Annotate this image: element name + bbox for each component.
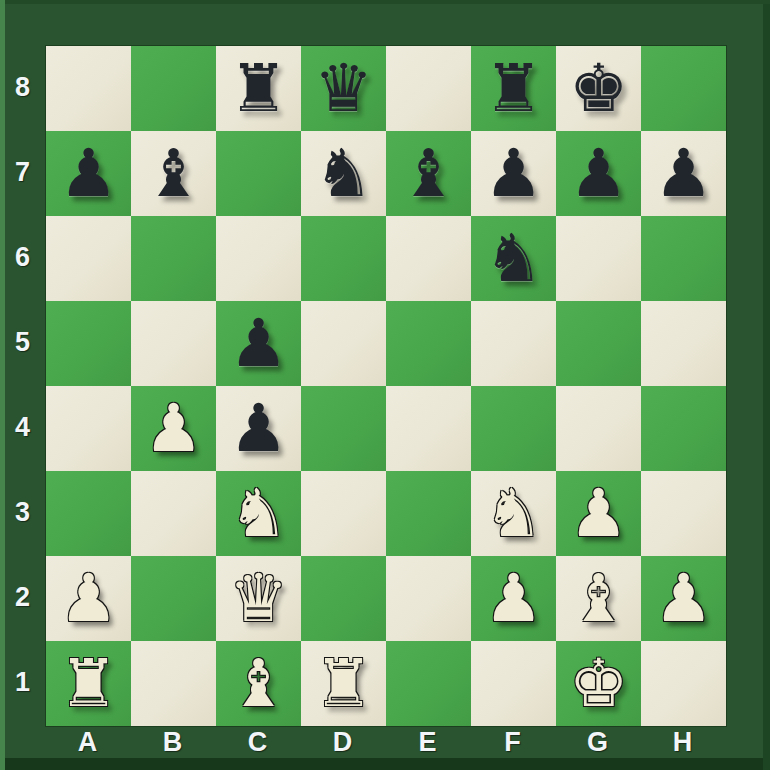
square-f6[interactable]: ♞: [471, 216, 556, 301]
chess-board: ♜♛♜♚♟♝♞♝♟♟♟♞♟♟♟♞♞♟♟♛♟♝♟♜♝♜♚: [45, 45, 727, 727]
rank-label-6: 6: [0, 215, 45, 300]
piece-black-p-f7[interactable]: ♟: [484, 131, 543, 216]
square-d7[interactable]: ♞: [301, 131, 386, 216]
square-c1[interactable]: ♝: [216, 641, 301, 726]
square-c2[interactable]: ♛: [216, 556, 301, 641]
square-a6[interactable]: [46, 216, 131, 301]
file-label-h: H: [640, 726, 725, 758]
square-b6[interactable]: [131, 216, 216, 301]
piece-black-q-d8[interactable]: ♛: [314, 46, 373, 131]
file-label-b: B: [130, 726, 215, 758]
square-h6[interactable]: [641, 216, 726, 301]
piece-white-k-g1[interactable]: ♚: [569, 641, 628, 726]
file-label-e: E: [385, 726, 470, 758]
square-h7[interactable]: ♟: [641, 131, 726, 216]
square-e5[interactable]: [386, 301, 471, 386]
square-c4[interactable]: ♟: [216, 386, 301, 471]
piece-white-p-a2[interactable]: ♟: [59, 556, 118, 641]
square-b3[interactable]: [131, 471, 216, 556]
square-f3[interactable]: ♞: [471, 471, 556, 556]
piece-white-n-c3[interactable]: ♞: [229, 471, 288, 556]
square-b4[interactable]: ♟: [131, 386, 216, 471]
piece-black-n-d7[interactable]: ♞: [314, 131, 373, 216]
square-f7[interactable]: ♟: [471, 131, 556, 216]
square-g3[interactable]: ♟: [556, 471, 641, 556]
square-b2[interactable]: [131, 556, 216, 641]
square-d5[interactable]: [301, 301, 386, 386]
rank-label-1: 1: [0, 640, 45, 725]
square-e7[interactable]: ♝: [386, 131, 471, 216]
piece-black-b-e7[interactable]: ♝: [399, 131, 458, 216]
board-frame: ♜♛♜♚♟♝♞♝♟♟♟♞♟♟♟♞♞♟♟♛♟♝♟♜♝♜♚ 87654321ABCD…: [0, 0, 770, 770]
piece-white-q-c2[interactable]: ♛: [229, 556, 288, 641]
square-h5[interactable]: [641, 301, 726, 386]
square-a5[interactable]: [46, 301, 131, 386]
square-c8[interactable]: ♜: [216, 46, 301, 131]
piece-white-p-f2[interactable]: ♟: [484, 556, 543, 641]
square-a4[interactable]: [46, 386, 131, 471]
file-label-f: F: [470, 726, 555, 758]
square-f5[interactable]: [471, 301, 556, 386]
square-e1[interactable]: [386, 641, 471, 726]
square-e8[interactable]: [386, 46, 471, 131]
square-g6[interactable]: [556, 216, 641, 301]
piece-black-p-c4[interactable]: ♟: [229, 386, 288, 471]
piece-white-p-b4[interactable]: ♟: [144, 386, 203, 471]
square-e4[interactable]: [386, 386, 471, 471]
square-a3[interactable]: [46, 471, 131, 556]
square-a7[interactable]: ♟: [46, 131, 131, 216]
square-c7[interactable]: [216, 131, 301, 216]
piece-white-p-h2[interactable]: ♟: [654, 556, 713, 641]
square-d2[interactable]: [301, 556, 386, 641]
square-d4[interactable]: [301, 386, 386, 471]
square-f4[interactable]: [471, 386, 556, 471]
square-b8[interactable]: [131, 46, 216, 131]
square-h2[interactable]: ♟: [641, 556, 726, 641]
square-g2[interactable]: ♝: [556, 556, 641, 641]
piece-white-p-g3[interactable]: ♟: [569, 471, 628, 556]
piece-white-r-d1[interactable]: ♜: [314, 641, 373, 726]
rank-label-3: 3: [0, 470, 45, 555]
piece-white-r-a1[interactable]: ♜: [59, 641, 118, 726]
square-e3[interactable]: [386, 471, 471, 556]
piece-black-r-c8[interactable]: ♜: [229, 46, 288, 131]
file-label-g: G: [555, 726, 640, 758]
square-g5[interactable]: [556, 301, 641, 386]
square-d1[interactable]: ♜: [301, 641, 386, 726]
square-h8[interactable]: [641, 46, 726, 131]
square-b1[interactable]: [131, 641, 216, 726]
square-c5[interactable]: ♟: [216, 301, 301, 386]
square-a2[interactable]: ♟: [46, 556, 131, 641]
square-h1[interactable]: [641, 641, 726, 726]
file-label-a: A: [45, 726, 130, 758]
rank-label-5: 5: [0, 300, 45, 385]
square-h3[interactable]: [641, 471, 726, 556]
square-g4[interactable]: [556, 386, 641, 471]
square-d3[interactable]: [301, 471, 386, 556]
square-a8[interactable]: [46, 46, 131, 131]
rank-label-7: 7: [0, 130, 45, 215]
square-d8[interactable]: ♛: [301, 46, 386, 131]
file-label-c: C: [215, 726, 300, 758]
piece-white-b-g2[interactable]: ♝: [569, 556, 628, 641]
file-label-d: D: [300, 726, 385, 758]
square-b7[interactable]: ♝: [131, 131, 216, 216]
piece-black-n-f6[interactable]: ♞: [484, 216, 543, 301]
square-d6[interactable]: [301, 216, 386, 301]
square-f8[interactable]: ♜: [471, 46, 556, 131]
square-f2[interactable]: ♟: [471, 556, 556, 641]
square-c6[interactable]: [216, 216, 301, 301]
piece-black-b-b7[interactable]: ♝: [144, 131, 203, 216]
square-g7[interactable]: ♟: [556, 131, 641, 216]
piece-black-p-c5[interactable]: ♟: [229, 301, 288, 386]
rank-label-2: 2: [0, 555, 45, 640]
square-e2[interactable]: [386, 556, 471, 641]
piece-black-p-h7[interactable]: ♟: [654, 131, 713, 216]
rank-label-8: 8: [0, 45, 45, 130]
square-g8[interactable]: ♚: [556, 46, 641, 131]
square-a1[interactable]: ♜: [46, 641, 131, 726]
square-g1[interactable]: ♚: [556, 641, 641, 726]
piece-black-k-g8[interactable]: ♚: [569, 46, 628, 131]
piece-white-n-f3[interactable]: ♞: [484, 471, 543, 556]
square-b5[interactable]: [131, 301, 216, 386]
square-e6[interactable]: [386, 216, 471, 301]
square-h4[interactable]: [641, 386, 726, 471]
square-c3[interactable]: ♞: [216, 471, 301, 556]
piece-black-r-f8[interactable]: ♜: [484, 46, 543, 131]
square-f1[interactable]: [471, 641, 556, 726]
piece-black-p-a7[interactable]: ♟: [59, 131, 118, 216]
piece-white-b-c1[interactable]: ♝: [229, 641, 288, 726]
piece-black-p-g7[interactable]: ♟: [569, 131, 628, 216]
rank-label-4: 4: [0, 385, 45, 470]
